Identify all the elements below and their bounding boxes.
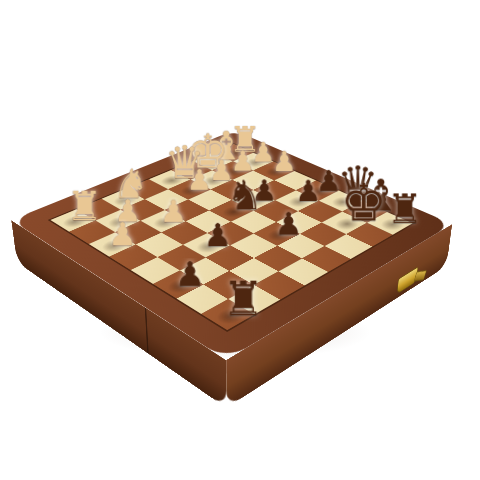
black-pawn[interactable]: ♟	[293, 177, 324, 206]
page-background: ♜♞♛♚♝♜♟♟♟♟♟♟♟♟♞♟♟♟♟♟♟♛♚♝♜♜	[0, 0, 480, 480]
white-pawn[interactable]: ♟	[106, 219, 140, 251]
white-pawn[interactable]: ♟	[184, 166, 214, 195]
black-knight[interactable]: ♞	[227, 176, 259, 217]
black-pawn[interactable]: ♟	[272, 209, 305, 240]
black-rook[interactable]: ♜	[387, 188, 419, 229]
black-rook[interactable]: ♜	[222, 275, 260, 322]
black-pawn[interactable]: ♟	[172, 258, 208, 292]
white-pawn[interactable]: ♟	[158, 197, 190, 227]
black-king[interactable]: ♚	[341, 177, 373, 229]
chess-box-scene: ♜♞♛♚♝♜♟♟♟♟♟♟♟♟♞♟♟♟♟♟♟♛♚♝♜♜	[75, 66, 387, 378]
brass-clasp-icon	[397, 266, 419, 294]
white-rook[interactable]: ♜	[66, 186, 98, 226]
fold-seam	[145, 307, 149, 354]
white-pawn[interactable]: ♟	[270, 148, 299, 175]
chess-board: ♜♞♛♚♝♜♟♟♟♟♟♟♟♟♞♟♟♟♟♟♟♛♚♝♜♜	[11, 130, 452, 360]
black-pawn[interactable]: ♟	[201, 220, 235, 252]
